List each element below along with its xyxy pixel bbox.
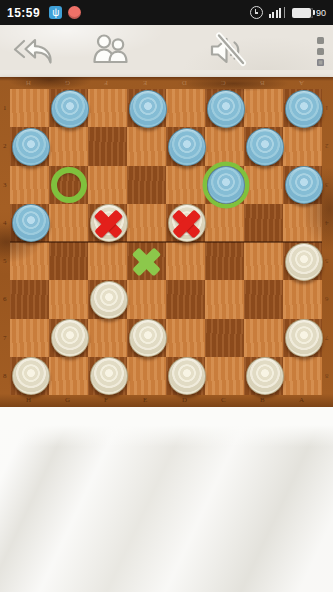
- status-bar: 15:59 ψ 90: [0, 0, 333, 25]
- blue-piece-B2[interactable]: [246, 128, 284, 166]
- coord-top-H: H: [26, 79, 31, 87]
- white-piece-H8[interactable]: [12, 357, 50, 395]
- square-D6[interactable]: [166, 280, 205, 318]
- square-H5[interactable]: [10, 242, 49, 280]
- coord-right-8: 8: [325, 372, 329, 380]
- coord-top-E: E: [143, 79, 147, 87]
- square-E8[interactable]: [127, 357, 166, 395]
- square-B3[interactable]: [244, 166, 283, 204]
- square-F7[interactable]: [88, 319, 127, 357]
- green-x-icon: [130, 245, 164, 279]
- square-B5[interactable]: [244, 242, 283, 280]
- coord-left-8: 8: [3, 372, 7, 380]
- square-F2[interactable]: [88, 127, 127, 165]
- square-G4[interactable]: [49, 204, 88, 242]
- coord-bottom-E: E: [143, 396, 147, 404]
- square-F5[interactable]: [88, 242, 127, 280]
- coord-top-C: C: [221, 79, 226, 87]
- square-A2[interactable]: [283, 127, 322, 165]
- white-piece-B8[interactable]: [246, 357, 284, 395]
- coord-right-1: 1: [325, 104, 329, 112]
- white-piece-D8[interactable]: [168, 357, 206, 395]
- coord-right-3: 3: [325, 181, 329, 189]
- square-C4[interactable]: [205, 204, 244, 242]
- board-fold-seam: [10, 241, 322, 243]
- checkers-board: 1234567812345678HGFEDCBAHGFEDCBA: [0, 77, 333, 407]
- paper-gap: [0, 70, 333, 77]
- coord-bottom-F: F: [104, 396, 108, 404]
- square-B4[interactable]: [244, 204, 283, 242]
- square-D7[interactable]: [166, 319, 205, 357]
- coord-top-F: F: [104, 79, 108, 87]
- coord-top-G: G: [65, 79, 70, 87]
- sound-off-icon[interactable]: [205, 32, 249, 70]
- white-piece-A5[interactable]: [285, 243, 323, 281]
- white-piece-F6[interactable]: [90, 281, 128, 319]
- square-H7[interactable]: [10, 319, 49, 357]
- blue-piece-C3[interactable]: [207, 166, 245, 204]
- white-piece-E7[interactable]: [129, 319, 167, 357]
- square-E4[interactable]: [127, 204, 166, 242]
- square-B1[interactable]: [244, 89, 283, 127]
- square-H6[interactable]: [10, 280, 49, 318]
- square-G5[interactable]: [49, 242, 88, 280]
- coord-left-6: 6: [3, 295, 7, 303]
- usb-icon: ψ: [49, 6, 62, 19]
- green-x-marker-E5: [130, 245, 164, 279]
- blue-piece-D2[interactable]: [168, 128, 206, 166]
- players-icon[interactable]: [90, 32, 130, 66]
- square-F1[interactable]: [88, 89, 127, 127]
- square-D5[interactable]: [166, 242, 205, 280]
- white-piece-F4[interactable]: [90, 204, 128, 242]
- square-D3[interactable]: [166, 166, 205, 204]
- clock-time: 15:59: [7, 6, 40, 20]
- blue-piece-E1[interactable]: [129, 90, 167, 128]
- square-A6[interactable]: [283, 280, 322, 318]
- square-C5[interactable]: [205, 242, 244, 280]
- white-piece-G7[interactable]: [51, 319, 89, 357]
- coord-right-2: 2: [325, 142, 329, 150]
- blue-piece-H4[interactable]: [12, 204, 50, 242]
- coord-left-5: 5: [3, 257, 7, 265]
- app-screen: 15:59 ψ 90 1: [0, 0, 333, 592]
- alarm-clock-icon: [250, 6, 263, 19]
- square-E3[interactable]: [127, 166, 166, 204]
- coord-right-4: 4: [325, 219, 329, 227]
- square-D1[interactable]: [166, 89, 205, 127]
- white-piece-A7[interactable]: [285, 319, 323, 357]
- square-C7[interactable]: [205, 319, 244, 357]
- coord-left-1: 1: [3, 104, 7, 112]
- red-x-capture-icon: [91, 205, 127, 241]
- coord-right-5: 5: [325, 257, 329, 265]
- green-ring-marker-G3: [51, 167, 87, 203]
- square-A4[interactable]: [283, 204, 322, 242]
- signal-bars-icon: [269, 7, 285, 18]
- battery-icon: [292, 8, 313, 18]
- square-C6[interactable]: [205, 280, 244, 318]
- coord-top-B: B: [260, 79, 265, 87]
- battery-percent: 90: [316, 8, 326, 18]
- coord-bottom-H: H: [26, 396, 31, 404]
- coord-bottom-C: C: [221, 396, 226, 404]
- square-F3[interactable]: [88, 166, 127, 204]
- square-G6[interactable]: [49, 280, 88, 318]
- blue-piece-G1[interactable]: [51, 90, 89, 128]
- coord-bottom-A: A: [299, 396, 304, 404]
- square-C8[interactable]: [205, 357, 244, 395]
- coord-top-A: A: [299, 79, 304, 87]
- coord-left-2: 2: [3, 142, 7, 150]
- background-marble: [0, 407, 333, 592]
- notification-dot-icon: [68, 6, 81, 19]
- square-E6[interactable]: [127, 280, 166, 318]
- status-bar-right: 90: [250, 6, 326, 19]
- square-H3[interactable]: [10, 166, 49, 204]
- overflow-menu-icon[interactable]: [315, 35, 325, 69]
- square-B6[interactable]: [244, 280, 283, 318]
- board-grid: [10, 89, 322, 395]
- blue-piece-A1[interactable]: [285, 90, 323, 128]
- blue-piece-H2[interactable]: [12, 128, 50, 166]
- square-C2[interactable]: [205, 127, 244, 165]
- undo-icon[interactable]: [10, 32, 54, 70]
- blue-piece-C1[interactable]: [207, 90, 245, 128]
- red-x-capture-icon: [169, 205, 205, 241]
- white-piece-D4[interactable]: [168, 204, 206, 242]
- square-A8[interactable]: [283, 357, 322, 395]
- coord-top-D: D: [182, 79, 187, 87]
- coord-left-4: 4: [3, 219, 7, 227]
- square-G8[interactable]: [49, 357, 88, 395]
- white-piece-F8[interactable]: [90, 357, 128, 395]
- coord-right-6: 6: [325, 295, 329, 303]
- coord-left-7: 7: [3, 334, 7, 342]
- blue-piece-A3[interactable]: [285, 166, 323, 204]
- coord-right-7: 7: [325, 334, 329, 342]
- square-H1[interactable]: [10, 89, 49, 127]
- square-E2[interactable]: [127, 127, 166, 165]
- square-G2[interactable]: [49, 127, 88, 165]
- coord-bottom-G: G: [65, 396, 70, 404]
- coord-bottom-D: D: [182, 396, 187, 404]
- coord-left-3: 3: [3, 181, 7, 189]
- square-B7[interactable]: [244, 319, 283, 357]
- coord-bottom-B: B: [260, 396, 265, 404]
